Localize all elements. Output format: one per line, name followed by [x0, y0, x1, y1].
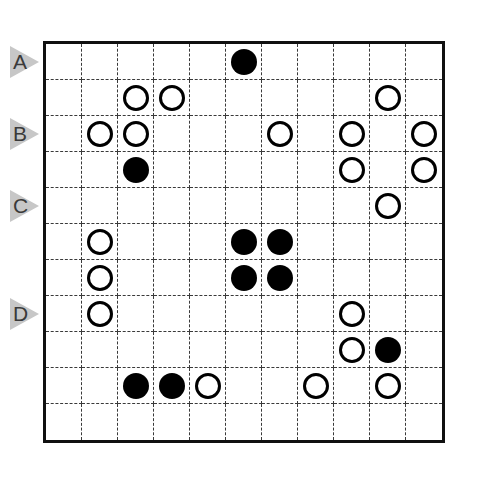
white-circle-clue [87, 301, 113, 327]
cell-r10c2[interactable] [118, 404, 154, 440]
white-circle-clue [123, 85, 149, 111]
white-circle-clue [411, 157, 437, 183]
cell-r1c1[interactable] [82, 80, 118, 116]
cell-r4c3[interactable] [154, 188, 190, 224]
cell-r7c9[interactable] [370, 296, 406, 332]
cell-r5c10[interactable] [406, 224, 442, 260]
cell-r10c9[interactable] [370, 404, 406, 440]
cell-r10c6[interactable] [262, 404, 298, 440]
cell-r8c3[interactable] [154, 332, 190, 368]
cell-r9c3[interactable] [154, 368, 190, 404]
cell-r4c6[interactable] [262, 188, 298, 224]
answer-arrow-label: C [13, 195, 28, 216]
cell-r7c2[interactable] [118, 296, 154, 332]
cell-r6c10[interactable] [406, 260, 442, 296]
cell-r8c5[interactable] [226, 332, 262, 368]
cell-r3c9[interactable] [370, 152, 406, 188]
cell-r1c7[interactable] [298, 80, 334, 116]
cell-r6c8[interactable] [334, 260, 370, 296]
cell-r2c3[interactable] [154, 116, 190, 152]
cell-r4c7[interactable] [298, 188, 334, 224]
white-circle-clue [339, 157, 365, 183]
cell-r6c3[interactable] [154, 260, 190, 296]
cell-r6c5[interactable] [226, 260, 262, 296]
cell-r1c2[interactable] [118, 80, 154, 116]
black-circle-clue [123, 157, 149, 183]
answer-arrow-a: A [10, 46, 39, 78]
white-circle-clue [339, 121, 365, 147]
black-circle-clue [231, 49, 257, 75]
answer-arrow-label: B [13, 123, 27, 144]
white-circle-clue [411, 121, 437, 147]
cell-r6c4[interactable] [190, 260, 226, 296]
cell-r5c1[interactable] [82, 224, 118, 260]
cell-r2c5[interactable] [226, 116, 262, 152]
cell-r10c4[interactable] [190, 404, 226, 440]
cell-r6c6[interactable] [262, 260, 298, 296]
white-circle-clue [303, 373, 329, 399]
white-circle-clue [87, 229, 113, 255]
cell-r7c10[interactable] [406, 296, 442, 332]
cell-r7c4[interactable] [190, 296, 226, 332]
cell-r7c6[interactable] [262, 296, 298, 332]
white-circle-clue [159, 85, 185, 111]
cell-r8c8[interactable] [334, 332, 370, 368]
cell-r4c2[interactable] [118, 188, 154, 224]
answer-arrow-b: B [10, 118, 39, 150]
cell-r5c9[interactable] [370, 224, 406, 260]
black-circle-clue [123, 373, 149, 399]
cell-r1c10[interactable] [406, 80, 442, 116]
answer-arrow-label: A [13, 51, 27, 72]
cell-r0c7[interactable] [298, 44, 334, 80]
cell-r9c2[interactable] [118, 368, 154, 404]
cell-r3c2[interactable] [118, 152, 154, 188]
cell-r9c10[interactable] [406, 368, 442, 404]
cell-r8c7[interactable] [298, 332, 334, 368]
cell-r9c7[interactable] [298, 368, 334, 404]
cell-r8c1[interactable] [82, 332, 118, 368]
cell-r3c3[interactable] [154, 152, 190, 188]
white-circle-clue [267, 121, 293, 147]
cell-r10c7[interactable] [298, 404, 334, 440]
cell-r3c10[interactable] [406, 152, 442, 188]
black-circle-clue [231, 265, 257, 291]
white-circle-clue [123, 121, 149, 147]
cell-r4c8[interactable] [334, 188, 370, 224]
cell-r10c0[interactable] [46, 404, 82, 440]
cell-r0c9[interactable] [370, 44, 406, 80]
white-circle-clue [87, 121, 113, 147]
cell-r1c9[interactable] [370, 80, 406, 116]
white-circle-clue [375, 193, 401, 219]
masyu-board [43, 41, 445, 443]
cell-r5c4[interactable] [190, 224, 226, 260]
cell-r3c1[interactable] [82, 152, 118, 188]
cell-r4c5[interactable] [226, 188, 262, 224]
cell-r2c6[interactable] [262, 116, 298, 152]
cell-r10c5[interactable] [226, 404, 262, 440]
cell-r3c5[interactable] [226, 152, 262, 188]
cell-r3c7[interactable] [298, 152, 334, 188]
cell-r5c3[interactable] [154, 224, 190, 260]
cell-r8c6[interactable] [262, 332, 298, 368]
cell-r0c5[interactable] [226, 44, 262, 80]
cell-r9c4[interactable] [190, 368, 226, 404]
cell-r2c0[interactable] [46, 116, 82, 152]
white-circle-clue [339, 337, 365, 363]
white-circle-clue [375, 85, 401, 111]
cell-r2c8[interactable] [334, 116, 370, 152]
cell-r0c10[interactable] [406, 44, 442, 80]
cell-r7c7[interactable] [298, 296, 334, 332]
cell-r6c2[interactable] [118, 260, 154, 296]
cell-r10c10[interactable] [406, 404, 442, 440]
cell-r5c0[interactable] [46, 224, 82, 260]
cell-r2c7[interactable] [298, 116, 334, 152]
cell-r2c1[interactable] [82, 116, 118, 152]
cell-r0c6[interactable] [262, 44, 298, 80]
cell-r0c1[interactable] [82, 44, 118, 80]
answer-arrow-d: D [10, 298, 39, 330]
cell-r2c2[interactable] [118, 116, 154, 152]
cell-r10c8[interactable] [334, 404, 370, 440]
black-circle-clue [159, 373, 185, 399]
cell-r4c4[interactable] [190, 188, 226, 224]
cell-r2c9[interactable] [370, 116, 406, 152]
cell-r6c0[interactable] [46, 260, 82, 296]
black-circle-clue [231, 229, 257, 255]
cell-r7c0[interactable] [46, 296, 82, 332]
cell-r3c6[interactable] [262, 152, 298, 188]
cell-r1c4[interactable] [190, 80, 226, 116]
cell-r9c1[interactable] [82, 368, 118, 404]
cell-r9c9[interactable] [370, 368, 406, 404]
cell-r8c10[interactable] [406, 332, 442, 368]
cell-r7c1[interactable] [82, 296, 118, 332]
cell-r5c7[interactable] [298, 224, 334, 260]
cell-r6c7[interactable] [298, 260, 334, 296]
white-circle-clue [375, 373, 401, 399]
answer-arrow-label: D [13, 303, 28, 324]
cell-r9c6[interactable] [262, 368, 298, 404]
cell-r4c10[interactable] [406, 188, 442, 224]
cell-r10c3[interactable] [154, 404, 190, 440]
cell-r5c8[interactable] [334, 224, 370, 260]
cell-r1c8[interactable] [334, 80, 370, 116]
cell-r1c3[interactable] [154, 80, 190, 116]
cell-r2c4[interactable] [190, 116, 226, 152]
cell-r3c4[interactable] [190, 152, 226, 188]
white-circle-clue [195, 373, 221, 399]
cell-r2c10[interactable] [406, 116, 442, 152]
cell-r4c0[interactable] [46, 188, 82, 224]
cell-r0c8[interactable] [334, 44, 370, 80]
black-circle-clue [375, 337, 401, 363]
cell-r7c3[interactable] [154, 296, 190, 332]
cell-r5c5[interactable] [226, 224, 262, 260]
cell-r1c5[interactable] [226, 80, 262, 116]
cell-r4c1[interactable] [82, 188, 118, 224]
cell-r1c0[interactable] [46, 80, 82, 116]
cell-r8c9[interactable] [370, 332, 406, 368]
cell-r6c9[interactable] [370, 260, 406, 296]
cell-r10c1[interactable] [82, 404, 118, 440]
cell-r9c5[interactable] [226, 368, 262, 404]
cell-r9c0[interactable] [46, 368, 82, 404]
cell-r0c2[interactable] [118, 44, 154, 80]
cell-r3c8[interactable] [334, 152, 370, 188]
cell-r8c2[interactable] [118, 332, 154, 368]
cell-r5c2[interactable] [118, 224, 154, 260]
answer-arrow-c: C [10, 190, 39, 222]
cell-r4c9[interactable] [370, 188, 406, 224]
cell-r3c0[interactable] [46, 152, 82, 188]
cell-r7c5[interactable] [226, 296, 262, 332]
cell-r8c4[interactable] [190, 332, 226, 368]
white-circle-clue [87, 265, 113, 291]
cell-r0c3[interactable] [154, 44, 190, 80]
cell-r8c0[interactable] [46, 332, 82, 368]
cell-r9c8[interactable] [334, 368, 370, 404]
cell-r5c6[interactable] [262, 224, 298, 260]
cell-r0c4[interactable] [190, 44, 226, 80]
puzzle-canvas: ABCD [0, 0, 490, 486]
cell-r1c6[interactable] [262, 80, 298, 116]
cell-r6c1[interactable] [82, 260, 118, 296]
black-circle-clue [267, 265, 293, 291]
black-circle-clue [267, 229, 293, 255]
cell-r7c8[interactable] [334, 296, 370, 332]
cell-r0c0[interactable] [46, 44, 82, 80]
white-circle-clue [339, 301, 365, 327]
